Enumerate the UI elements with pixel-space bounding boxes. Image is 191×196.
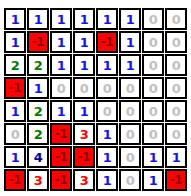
cell-r3c3[interactable]: 1 [50,54,72,76]
cell-r4c7[interactable]: 0 [142,77,164,99]
cell-r1c7[interactable]: 0 [142,8,164,30]
cell-r8c8-mine[interactable]: -1 [165,169,187,191]
cell-r3c5[interactable]: 1 [96,54,118,76]
cell-r4c8[interactable]: 0 [165,77,187,99]
cell-r1c5[interactable]: 1 [96,8,118,30]
cell-r7c3-mine[interactable]: -1 [50,146,72,168]
cell-r2c2-mine[interactable]: -1 [27,31,49,53]
cell-r1c2[interactable]: 1 [27,8,49,30]
cell-r7c6[interactable]: 0 [119,146,141,168]
cell-r5c5[interactable]: 0 [96,100,118,122]
cell-r8c7[interactable]: 1 [142,169,164,191]
cell-r4c5[interactable]: 0 [96,77,118,99]
cell-r6c3-mine[interactable]: -1 [50,123,72,145]
cell-r7c8[interactable]: 1 [165,146,187,168]
cell-r2c7[interactable]: 0 [142,31,164,53]
cell-r1c8[interactable]: 0 [165,8,187,30]
cell-r2c6[interactable]: 1 [119,31,141,53]
cell-r2c5-mine[interactable]: -1 [96,31,118,53]
cell-r3c4[interactable]: 1 [73,54,95,76]
cell-r3c2[interactable]: 2 [27,54,49,76]
minesweeper-board: 111111001-111-110022111100-1100000012110… [4,8,187,191]
cell-r7c2[interactable]: 4 [27,146,49,168]
cell-r5c2[interactable]: 2 [27,100,49,122]
cell-r3c7[interactable]: 0 [142,54,164,76]
cell-r2c4[interactable]: 1 [73,31,95,53]
cell-r5c6[interactable]: 0 [119,100,141,122]
cell-r6c6[interactable]: 0 [119,123,141,145]
cell-r6c8[interactable]: 0 [165,123,187,145]
cell-r3c8[interactable]: 0 [165,54,187,76]
cell-r8c6[interactable]: 0 [119,169,141,191]
cell-r5c4[interactable]: 1 [73,100,95,122]
cell-r4c6[interactable]: 0 [119,77,141,99]
cell-r5c3[interactable]: 1 [50,100,72,122]
cell-r3c6[interactable]: 1 [119,54,141,76]
cell-r5c1[interactable]: 1 [4,100,26,122]
cell-r8c4[interactable]: 3 [73,169,95,191]
cell-r6c2[interactable]: 2 [27,123,49,145]
cell-r6c7[interactable]: 0 [142,123,164,145]
cell-r8c2[interactable]: 3 [27,169,49,191]
cell-r8c1-mine[interactable]: -1 [4,169,26,191]
cell-r1c3[interactable]: 1 [50,8,72,30]
cell-r7c4-mine[interactable]: -1 [73,146,95,168]
cell-r2c3[interactable]: 1 [50,31,72,53]
cell-r4c4[interactable]: 0 [73,77,95,99]
cell-r1c4[interactable]: 1 [73,8,95,30]
cell-r5c7[interactable]: 0 [142,100,164,122]
cell-r1c6[interactable]: 1 [119,8,141,30]
cell-r7c7[interactable]: 1 [142,146,164,168]
cell-r2c8[interactable]: 0 [165,31,187,53]
cell-r6c4[interactable]: 3 [73,123,95,145]
cell-r3c1[interactable]: 2 [4,54,26,76]
minesweeper-screen: 111111001-111-110022111100-1100000012110… [0,0,191,196]
cell-r6c1[interactable]: 0 [4,123,26,145]
cell-r2c1[interactable]: 1 [4,31,26,53]
cell-r4c1-mine[interactable]: -1 [4,77,26,99]
cell-r7c5[interactable]: 1 [96,146,118,168]
cell-r8c3-mine[interactable]: -1 [50,169,72,191]
cell-r4c2[interactable]: 1 [27,77,49,99]
cell-r8c5[interactable]: 1 [96,169,118,191]
cell-r6c5[interactable]: 1 [96,123,118,145]
cell-r1c1[interactable]: 1 [4,8,26,30]
cell-r5c8[interactable]: 0 [165,100,187,122]
cell-r4c3[interactable]: 0 [50,77,72,99]
cell-r7c1[interactable]: 1 [4,146,26,168]
